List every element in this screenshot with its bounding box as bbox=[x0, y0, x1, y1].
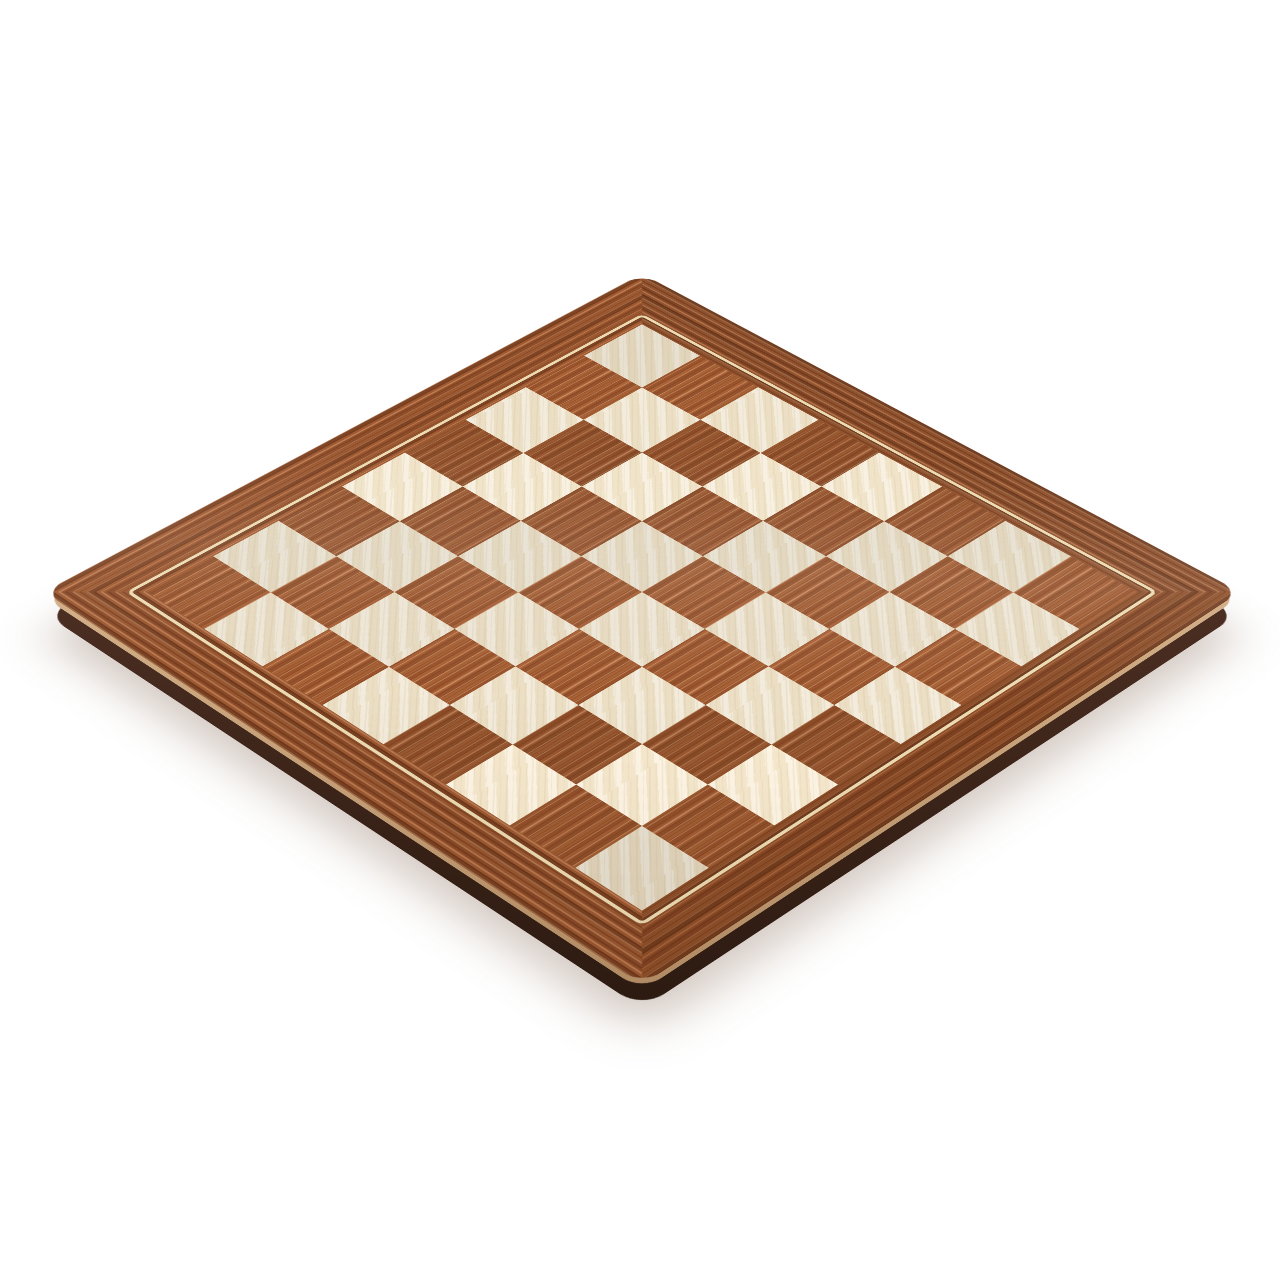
board-top-surface bbox=[44, 274, 1240, 985]
chessboard bbox=[44, 274, 1240, 985]
photo-background bbox=[0, 0, 1280, 1280]
board-field bbox=[147, 324, 1137, 910]
